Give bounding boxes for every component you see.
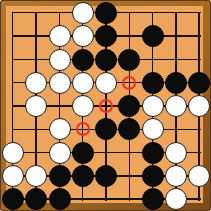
white-stone-C7 bbox=[49, 49, 71, 71]
black-stone-G3 bbox=[142, 142, 164, 164]
intersection-H7[interactable] bbox=[164, 48, 187, 71]
intersection-D1[interactable] bbox=[71, 188, 94, 211]
black-stone-C2 bbox=[49, 165, 71, 187]
intersection-F1[interactable] bbox=[118, 188, 141, 211]
intersection-F3[interactable] bbox=[118, 141, 141, 164]
intersection-B8[interactable] bbox=[25, 25, 48, 48]
intersection-E6[interactable] bbox=[95, 71, 118, 94]
intersection-F9[interactable] bbox=[118, 1, 141, 24]
white-stone-J5 bbox=[188, 95, 210, 117]
intersection-B2[interactable] bbox=[25, 164, 48, 187]
intersection-C2[interactable] bbox=[48, 164, 71, 187]
black-stone-F5 bbox=[118, 95, 140, 117]
intersection-J2[interactable] bbox=[188, 164, 211, 187]
white-stone-D6 bbox=[72, 72, 94, 94]
intersection-H4[interactable] bbox=[164, 118, 187, 141]
white-stone-B6 bbox=[25, 72, 47, 94]
white-stone-E6 bbox=[95, 72, 117, 94]
intersection-J3[interactable] bbox=[188, 141, 211, 164]
intersection-B7[interactable] bbox=[25, 48, 48, 71]
intersection-B1[interactable] bbox=[25, 188, 48, 211]
white-stone-H5 bbox=[165, 95, 187, 117]
intersection-B3[interactable] bbox=[25, 141, 48, 164]
intersection-G1[interactable] bbox=[141, 188, 164, 211]
intersection-F4[interactable] bbox=[118, 118, 141, 141]
intersection-H6[interactable] bbox=[164, 71, 187, 94]
intersection-C6[interactable] bbox=[48, 71, 71, 94]
intersection-D2[interactable] bbox=[71, 164, 94, 187]
intersection-C8[interactable] bbox=[48, 25, 71, 48]
black-stone-E8 bbox=[95, 25, 117, 47]
black-stone-E2 bbox=[95, 165, 117, 187]
intersection-G7[interactable] bbox=[141, 48, 164, 71]
intersection-A8[interactable] bbox=[1, 25, 24, 48]
black-stone-G8 bbox=[142, 25, 164, 47]
intersection-F7[interactable] bbox=[118, 48, 141, 71]
white-stone-D5 bbox=[72, 95, 94, 117]
intersection-A3[interactable] bbox=[1, 141, 24, 164]
intersection-C4[interactable] bbox=[48, 118, 71, 141]
black-stone-F7 bbox=[118, 49, 140, 71]
white-stone-C8 bbox=[49, 25, 71, 47]
white-stone-C3 bbox=[49, 142, 71, 164]
black-stone-G1 bbox=[142, 188, 164, 210]
black-stone-H6 bbox=[165, 72, 187, 94]
black-stone-E9 bbox=[95, 2, 117, 24]
intersection-C9[interactable] bbox=[48, 1, 71, 24]
intersection-D9[interactable] bbox=[71, 1, 94, 24]
black-stone-A1 bbox=[2, 188, 24, 210]
intersection-H8[interactable] bbox=[164, 25, 187, 48]
black-stone-E4 bbox=[95, 118, 117, 140]
black-stone-J6 bbox=[188, 72, 210, 94]
intersection-H1[interactable] bbox=[164, 188, 187, 211]
intersection-H5[interactable] bbox=[164, 95, 187, 118]
intersection-D8[interactable] bbox=[71, 25, 94, 48]
intersection-H2[interactable] bbox=[164, 164, 187, 187]
intersection-C3[interactable] bbox=[48, 141, 71, 164]
intersection-J8[interactable] bbox=[188, 25, 211, 48]
intersection-J5[interactable] bbox=[188, 95, 211, 118]
black-stone-G6 bbox=[142, 72, 164, 94]
intersection-J1[interactable] bbox=[188, 188, 211, 211]
intersection-C1[interactable] bbox=[48, 188, 71, 211]
intersection-E9[interactable] bbox=[95, 1, 118, 24]
intersection-E2[interactable] bbox=[95, 164, 118, 187]
black-stone-D2 bbox=[72, 165, 94, 187]
white-stone-H1 bbox=[165, 188, 187, 210]
intersection-A2[interactable] bbox=[1, 164, 24, 187]
black-stone-D7 bbox=[72, 49, 94, 71]
intersection-E7[interactable] bbox=[95, 48, 118, 71]
white-stone-D8 bbox=[72, 25, 94, 47]
intersection-F5[interactable] bbox=[118, 95, 141, 118]
intersection-C7[interactable] bbox=[48, 48, 71, 71]
intersection-A5[interactable] bbox=[1, 95, 24, 118]
white-stone-H2 bbox=[165, 165, 187, 187]
intersection-D7[interactable] bbox=[71, 48, 94, 71]
intersection-G5[interactable] bbox=[141, 95, 164, 118]
white-stone-C6 bbox=[49, 72, 71, 94]
intersection-J9[interactable] bbox=[188, 1, 211, 24]
red-circle-marker-E5 bbox=[99, 99, 113, 113]
white-stone-H3 bbox=[165, 142, 187, 164]
white-stone-G5 bbox=[142, 95, 164, 117]
intersection-A4[interactable] bbox=[1, 118, 24, 141]
white-stone-A2 bbox=[2, 165, 24, 187]
intersection-E5[interactable] bbox=[95, 95, 118, 118]
white-stone-C4 bbox=[49, 118, 71, 140]
intersection-G6[interactable] bbox=[141, 71, 164, 94]
red-circle-marker-F6 bbox=[122, 76, 136, 90]
intersection-G4[interactable] bbox=[141, 118, 164, 141]
intersection-D4[interactable] bbox=[71, 118, 94, 141]
intersection-G8[interactable] bbox=[141, 25, 164, 48]
intersection-D3[interactable] bbox=[71, 141, 94, 164]
intersection-H3[interactable] bbox=[164, 141, 187, 164]
intersection-J4[interactable] bbox=[188, 118, 211, 141]
intersection-B5[interactable] bbox=[25, 95, 48, 118]
red-circle-marker-D4 bbox=[76, 122, 90, 136]
intersection-A9[interactable] bbox=[1, 1, 24, 24]
intersection-B6[interactable] bbox=[25, 71, 48, 94]
black-stone-D3 bbox=[72, 142, 94, 164]
white-stone-B2 bbox=[25, 165, 47, 187]
intersection-J7[interactable] bbox=[188, 48, 211, 71]
intersection-A1[interactable] bbox=[1, 188, 24, 211]
white-stone-A3 bbox=[2, 142, 24, 164]
black-stone-G2 bbox=[142, 165, 164, 187]
intersection-G3[interactable] bbox=[141, 141, 164, 164]
intersection-A7[interactable] bbox=[1, 48, 24, 71]
intersection-F8[interactable] bbox=[118, 25, 141, 48]
intersection-C5[interactable] bbox=[48, 95, 71, 118]
intersection-F2[interactable] bbox=[118, 164, 141, 187]
black-stone-E7 bbox=[95, 49, 117, 71]
intersection-D5[interactable] bbox=[71, 95, 94, 118]
stone-grid bbox=[1, 1, 211, 211]
white-stone-D9 bbox=[72, 2, 94, 24]
go-board bbox=[0, 0, 211, 211]
intersection-E1[interactable] bbox=[95, 188, 118, 211]
intersection-B4[interactable] bbox=[25, 118, 48, 141]
intersection-D6[interactable] bbox=[71, 71, 94, 94]
black-stone-F4 bbox=[118, 118, 140, 140]
intersection-E3[interactable] bbox=[95, 141, 118, 164]
intersection-G9[interactable] bbox=[141, 1, 164, 24]
intersection-A6[interactable] bbox=[1, 71, 24, 94]
intersection-E4[interactable] bbox=[95, 118, 118, 141]
white-stone-G4 bbox=[142, 118, 164, 140]
intersection-J6[interactable] bbox=[188, 71, 211, 94]
intersection-H9[interactable] bbox=[164, 1, 187, 24]
white-stone-B5 bbox=[25, 95, 47, 117]
black-stone-B1 bbox=[25, 188, 47, 210]
intersection-G2[interactable] bbox=[141, 164, 164, 187]
black-stone-C1 bbox=[49, 188, 71, 210]
intersection-B9[interactable] bbox=[25, 1, 48, 24]
intersection-F6[interactable] bbox=[118, 71, 141, 94]
white-stone-J2 bbox=[188, 165, 210, 187]
intersection-E8[interactable] bbox=[95, 25, 118, 48]
